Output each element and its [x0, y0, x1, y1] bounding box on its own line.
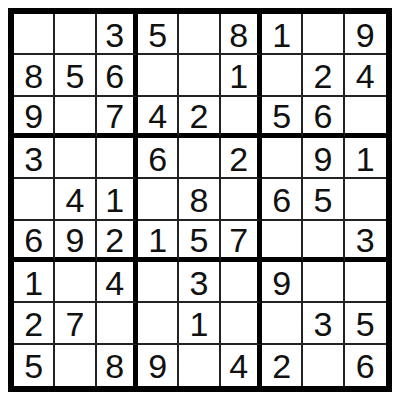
cell-r6c7[interactable] — [262, 221, 303, 262]
cell-r9c3[interactable]: 8 — [97, 345, 138, 386]
cell-r1c7[interactable]: 1 — [262, 14, 303, 55]
given-digit: 7 — [229, 223, 248, 257]
given-digit: 5 — [272, 99, 291, 133]
cell-r4c5[interactable] — [179, 138, 220, 179]
cell-r8c9[interactable]: 5 — [345, 303, 386, 344]
cell-r1c5[interactable] — [179, 14, 220, 55]
cell-r9c4[interactable]: 9 — [138, 345, 179, 386]
sudoku-page: 3581985612497425636291418656921573143927… — [0, 0, 400, 400]
cell-r6c6[interactable]: 7 — [221, 221, 262, 262]
cell-r6c5[interactable]: 5 — [179, 221, 220, 262]
cell-r1c1[interactable] — [14, 14, 55, 55]
cell-r9c5[interactable] — [179, 345, 220, 386]
given-digit: 6 — [272, 183, 291, 217]
cell-r2c1[interactable]: 8 — [14, 55, 55, 96]
given-digit: 4 — [66, 183, 85, 217]
cell-r2c9[interactable]: 4 — [345, 55, 386, 96]
cell-r2c4[interactable] — [138, 55, 179, 96]
cell-r6c9[interactable]: 3 — [345, 221, 386, 262]
given-digit: 2 — [190, 99, 209, 133]
cell-r4c7[interactable] — [262, 138, 303, 179]
given-digit: 2 — [229, 142, 248, 176]
given-digit: 9 — [24, 99, 43, 133]
given-digit: 1 — [356, 142, 375, 176]
cell-r7c7[interactable]: 9 — [262, 262, 303, 303]
given-digit: 1 — [148, 223, 167, 257]
given-digit: 2 — [24, 307, 43, 341]
given-digit: 3 — [105, 18, 124, 52]
cell-r2c2[interactable]: 5 — [55, 55, 96, 96]
cell-r4c8[interactable]: 9 — [303, 138, 344, 179]
cell-r3c8[interactable]: 6 — [303, 97, 344, 138]
given-digit: 4 — [229, 349, 248, 383]
cell-r2c6[interactable]: 1 — [221, 55, 262, 96]
cell-r8c2[interactable]: 7 — [55, 303, 96, 344]
cell-r4c1[interactable]: 3 — [14, 138, 55, 179]
given-digit: 6 — [148, 142, 167, 176]
given-digit: 9 — [314, 142, 333, 176]
cell-r3c3[interactable]: 7 — [97, 97, 138, 138]
cell-r3c7[interactable]: 5 — [262, 97, 303, 138]
given-digit: 8 — [190, 183, 209, 217]
cell-r8c1[interactable]: 2 — [14, 303, 55, 344]
cell-r9c8[interactable] — [303, 345, 344, 386]
cell-r9c1[interactable]: 5 — [14, 345, 55, 386]
given-digit: 8 — [229, 18, 248, 52]
cell-r7c3[interactable]: 4 — [97, 262, 138, 303]
cell-r7c9[interactable] — [345, 262, 386, 303]
cell-r3c1[interactable]: 9 — [14, 97, 55, 138]
given-digit: 2 — [105, 223, 124, 257]
cell-r4c6[interactable]: 2 — [221, 138, 262, 179]
given-digit: 1 — [190, 307, 209, 341]
cell-r5c9[interactable] — [345, 179, 386, 220]
cell-r5c7[interactable]: 6 — [262, 179, 303, 220]
cell-r4c3[interactable] — [97, 138, 138, 179]
given-digit: 5 — [356, 307, 375, 341]
cell-r7c1[interactable]: 1 — [14, 262, 55, 303]
cell-r6c1[interactable]: 6 — [14, 221, 55, 262]
given-digit: 1 — [105, 183, 124, 217]
given-digit: 3 — [356, 223, 375, 257]
given-digit: 5 — [314, 183, 333, 217]
cell-r1c6[interactable]: 8 — [221, 14, 262, 55]
given-digit: 5 — [190, 223, 209, 257]
cell-r6c3[interactable]: 2 — [97, 221, 138, 262]
cell-r7c5[interactable]: 3 — [179, 262, 220, 303]
given-digit: 2 — [272, 349, 291, 383]
cell-r7c4[interactable] — [138, 262, 179, 303]
cell-r9c9[interactable]: 6 — [345, 345, 386, 386]
cell-r8c5[interactable]: 1 — [179, 303, 220, 344]
sudoku-board: 3581985612497425636291418656921573143927… — [8, 8, 392, 392]
cell-r4c2[interactable] — [55, 138, 96, 179]
cell-r2c7[interactable] — [262, 55, 303, 96]
cell-r6c2[interactable]: 9 — [55, 221, 96, 262]
given-digit: 4 — [105, 266, 124, 300]
cell-r7c8[interactable] — [303, 262, 344, 303]
given-digit: 9 — [148, 349, 167, 383]
cell-r9c6[interactable]: 4 — [221, 345, 262, 386]
given-digit: 6 — [356, 349, 375, 383]
cell-r9c2[interactable] — [55, 345, 96, 386]
given-digit: 9 — [66, 223, 85, 257]
cell-r1c4[interactable]: 5 — [138, 14, 179, 55]
cell-r1c2[interactable] — [55, 14, 96, 55]
cell-r8c6[interactable] — [221, 303, 262, 344]
given-digit: 8 — [105, 349, 124, 383]
cell-r7c2[interactable] — [55, 262, 96, 303]
cell-r5c3[interactable]: 1 — [97, 179, 138, 220]
given-digit: 7 — [105, 99, 124, 133]
cell-r2c8[interactable]: 2 — [303, 55, 344, 96]
cell-r8c7[interactable] — [262, 303, 303, 344]
cell-r5c5[interactable]: 8 — [179, 179, 220, 220]
given-digit: 1 — [24, 266, 43, 300]
given-digit: 4 — [356, 59, 375, 93]
given-digit: 1 — [272, 18, 291, 52]
given-digit: 4 — [148, 99, 167, 133]
given-digit: 2 — [314, 59, 333, 93]
given-digit: 6 — [314, 99, 333, 133]
cell-r7c6[interactable] — [221, 262, 262, 303]
cell-r4c9[interactable]: 1 — [345, 138, 386, 179]
cell-r9c7[interactable]: 2 — [262, 345, 303, 386]
given-digit: 3 — [190, 266, 209, 300]
cell-r3c5[interactable]: 2 — [179, 97, 220, 138]
cell-r1c3[interactable]: 3 — [97, 14, 138, 55]
given-digit: 5 — [66, 59, 85, 93]
given-digit: 8 — [24, 59, 43, 93]
cell-r1c9[interactable]: 9 — [345, 14, 386, 55]
given-digit: 9 — [272, 266, 291, 300]
given-digit: 3 — [24, 142, 43, 176]
cell-r2c3[interactable]: 6 — [97, 55, 138, 96]
cell-r8c3[interactable] — [97, 303, 138, 344]
cell-r3c2[interactable] — [55, 97, 96, 138]
cell-r5c1[interactable] — [14, 179, 55, 220]
cell-r1c8[interactable] — [303, 14, 344, 55]
cell-r3c9[interactable] — [345, 97, 386, 138]
given-digit: 6 — [105, 59, 124, 93]
given-digit: 9 — [356, 18, 375, 52]
cell-r4c4[interactable]: 6 — [138, 138, 179, 179]
cell-r5c4[interactable] — [138, 179, 179, 220]
given-digit: 6 — [24, 223, 43, 257]
cell-r5c8[interactable]: 5 — [303, 179, 344, 220]
cell-r2c5[interactable] — [179, 55, 220, 96]
given-digit: 5 — [148, 18, 167, 52]
cell-r6c4[interactable]: 1 — [138, 221, 179, 262]
given-digit: 3 — [314, 307, 333, 341]
given-digit: 7 — [66, 307, 85, 341]
cell-r6c8[interactable] — [303, 221, 344, 262]
given-digit: 1 — [229, 59, 248, 93]
cell-r8c8[interactable]: 3 — [303, 303, 344, 344]
cell-r3c6[interactable] — [221, 97, 262, 138]
given-digit: 5 — [24, 349, 43, 383]
cell-r3c4[interactable]: 4 — [138, 97, 179, 138]
cell-r5c6[interactable] — [221, 179, 262, 220]
cell-r8c4[interactable] — [138, 303, 179, 344]
cell-r5c2[interactable]: 4 — [55, 179, 96, 220]
